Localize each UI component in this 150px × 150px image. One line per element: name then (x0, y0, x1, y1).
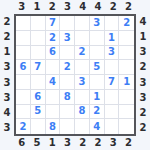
clues-top: 31234422 (14, 0, 136, 14)
cell-r6c6[interactable]: 1 (90, 90, 105, 105)
cell-r5c5[interactable]: 3 (75, 75, 90, 90)
cell-r1c3[interactable]: 7 (46, 16, 61, 31)
cell-r6c5[interactable] (75, 90, 90, 105)
cell-r8c6[interactable]: 4 (90, 119, 105, 134)
clue-left-7: 4 (4, 108, 11, 118)
cell-r4c7[interactable] (105, 60, 120, 75)
clue-left-5: 3 (4, 78, 11, 88)
cell-r4c6[interactable]: 5 (90, 60, 105, 75)
clue-top-2: 1 (33, 2, 40, 12)
cell-r2c7[interactable]: 1 (105, 31, 120, 46)
clue-right-8: 2 (140, 123, 147, 133)
cell-r8c5[interactable] (75, 119, 90, 134)
cell-r5c7[interactable]: 7 (105, 75, 120, 90)
clue-bottom-7: 3 (110, 138, 117, 148)
clues-left: 22133343 (0, 14, 14, 136)
clue-left-6: 3 (4, 93, 11, 103)
cell-r1c6[interactable]: 3 (90, 16, 105, 31)
clue-top-8: 2 (125, 2, 132, 12)
cell-r8c2[interactable] (31, 119, 46, 134)
cell-r3c7[interactable]: 3 (105, 46, 120, 61)
clue-left-2: 2 (4, 32, 11, 42)
cell-r7c6[interactable]: 2 (90, 105, 105, 120)
cell-r3c4[interactable] (60, 46, 75, 61)
cell-r7c8[interactable] (119, 105, 134, 120)
clue-right-1: 4 (140, 17, 147, 27)
cell-r4c2[interactable]: 7 (31, 60, 46, 75)
cell-r5c4[interactable] (60, 75, 75, 90)
cell-r7c2[interactable]: 5 (31, 105, 46, 120)
cell-r7c4[interactable] (60, 105, 75, 120)
cell-r7c1[interactable] (16, 105, 31, 120)
cell-r3c3[interactable]: 6 (46, 46, 61, 61)
clue-right-5: 3 (140, 78, 147, 88)
cell-r4c5[interactable] (75, 60, 90, 75)
cell-r2c4[interactable]: 3 (60, 31, 75, 46)
cell-r4c3[interactable] (46, 60, 61, 75)
puzzle-board: 73223162367254371681582284 (14, 14, 136, 136)
cell-r1c5[interactable] (75, 16, 90, 31)
cell-r2c5[interactable] (75, 31, 90, 46)
cell-r3c1[interactable] (16, 46, 31, 61)
clue-top-7: 2 (110, 2, 117, 12)
clue-top-6: 4 (94, 2, 101, 12)
cell-r3c2[interactable] (31, 46, 46, 61)
cell-r2c2[interactable] (31, 31, 46, 46)
cell-r5c6[interactable] (90, 75, 105, 90)
cell-r5c1[interactable] (16, 75, 31, 90)
cell-r4c8[interactable] (119, 60, 134, 75)
cell-r8c7[interactable] (105, 119, 120, 134)
clue-left-1: 2 (4, 17, 11, 27)
cell-r6c7[interactable] (105, 90, 120, 105)
clue-bottom-4: 3 (64, 138, 71, 148)
cell-r1c7[interactable] (105, 16, 120, 31)
cell-r8c3[interactable]: 8 (46, 119, 61, 134)
cell-r7c5[interactable]: 8 (75, 105, 90, 120)
clue-right-2: 1 (140, 32, 147, 42)
clue-right-6: 3 (140, 93, 147, 103)
cell-r1c2[interactable] (31, 16, 46, 31)
cell-r8c8[interactable] (119, 119, 134, 134)
cell-r4c4[interactable]: 2 (60, 60, 75, 75)
clue-bottom-6: 2 (94, 138, 101, 148)
clue-left-3: 1 (4, 47, 11, 57)
clue-top-3: 2 (49, 2, 56, 12)
clue-right-4: 2 (140, 62, 147, 72)
cell-r5c3[interactable]: 4 (46, 75, 61, 90)
cell-r6c8[interactable] (119, 90, 134, 105)
clue-right-3: 3 (140, 47, 147, 57)
cell-r3c6[interactable] (90, 46, 105, 61)
cell-r6c3[interactable] (46, 90, 61, 105)
clue-left-4: 3 (4, 62, 11, 72)
cell-r5c2[interactable] (31, 75, 46, 90)
cell-r1c1[interactable] (16, 16, 31, 31)
clue-top-4: 3 (64, 2, 71, 12)
cell-r2c3[interactable]: 2 (46, 31, 61, 46)
clue-right-7: 2 (140, 108, 147, 118)
clue-left-8: 3 (4, 123, 11, 133)
clue-bottom-8: 2 (125, 138, 132, 148)
cell-r7c3[interactable] (46, 105, 61, 120)
cell-r5c8[interactable]: 1 (119, 75, 134, 90)
cell-r2c1[interactable] (16, 31, 31, 46)
cell-r8c1[interactable]: 2 (16, 119, 31, 134)
cell-r6c1[interactable] (16, 90, 31, 105)
cell-r7c7[interactable] (105, 105, 120, 120)
cell-r6c4[interactable]: 8 (60, 90, 75, 105)
clue-bottom-2: 5 (33, 138, 40, 148)
skyscrapers-puzzle: 31234422 65132232 22133343 41323322 7322… (0, 0, 150, 150)
cell-r3c5[interactable]: 2 (75, 46, 90, 61)
cell-r4c1[interactable]: 6 (16, 60, 31, 75)
cell-r2c6[interactable] (90, 31, 105, 46)
cell-r1c4[interactable] (60, 16, 75, 31)
cell-r2c8[interactable] (119, 31, 134, 46)
cell-r8c4[interactable] (60, 119, 75, 134)
clue-bottom-3: 1 (49, 138, 56, 148)
clue-top-5: 4 (79, 2, 86, 12)
clue-top-1: 3 (18, 2, 25, 12)
cell-r3c8[interactable] (119, 46, 134, 61)
cell-r6c2[interactable]: 6 (31, 90, 46, 105)
clues-bottom: 65132232 (14, 136, 136, 150)
clue-bottom-1: 6 (18, 138, 25, 148)
clue-bottom-5: 2 (79, 138, 86, 148)
cell-r1c8[interactable]: 2 (119, 16, 134, 31)
clues-right: 41323322 (136, 14, 150, 136)
